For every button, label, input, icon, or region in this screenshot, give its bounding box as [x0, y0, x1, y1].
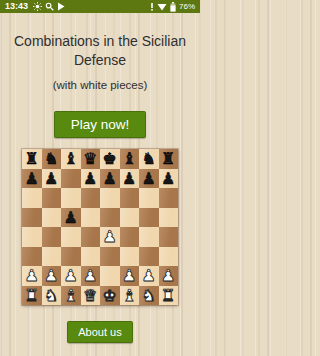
page-subtitle: (with white pieces) — [0, 79, 200, 91]
piece-white-king: ♚ — [100, 286, 120, 306]
square-e3[interactable] — [100, 247, 120, 267]
square-a2[interactable]: ♟ — [22, 266, 42, 286]
square-h1[interactable]: ♜ — [159, 286, 179, 306]
square-a3[interactable] — [22, 247, 42, 267]
battery-icon — [170, 2, 176, 12]
square-d1[interactable]: ♛ — [81, 286, 101, 306]
square-g7[interactable]: ♟ — [139, 169, 159, 189]
piece-white-knight: ♞ — [42, 286, 62, 306]
piece-white-pawn: ♟ — [81, 266, 101, 286]
square-f4[interactable] — [120, 227, 140, 247]
piece-white-pawn: ♟ — [159, 266, 179, 286]
square-c2[interactable]: ♟ — [61, 266, 81, 286]
piece-black-pawn: ♟ — [22, 169, 42, 189]
square-a7[interactable]: ♟ — [22, 169, 42, 189]
piece-black-knight: ♞ — [42, 149, 62, 169]
square-f2[interactable]: ♟ — [120, 266, 140, 286]
square-b6[interactable] — [42, 188, 62, 208]
square-d4[interactable] — [81, 227, 101, 247]
piece-black-rook: ♜ — [22, 149, 42, 169]
square-b7[interactable]: ♟ — [42, 169, 62, 189]
square-e5[interactable] — [100, 208, 120, 228]
square-f3[interactable] — [120, 247, 140, 267]
piece-black-pawn: ♟ — [100, 169, 120, 189]
square-c4[interactable] — [61, 227, 81, 247]
square-f6[interactable] — [120, 188, 140, 208]
clock-time: 13:43 — [5, 0, 28, 13]
square-a6[interactable] — [22, 188, 42, 208]
square-e8[interactable]: ♚ — [100, 149, 120, 169]
piece-black-pawn: ♟ — [61, 208, 81, 228]
page-title: Combinations in the Sicilian Defense — [8, 32, 192, 70]
piece-white-rook: ♜ — [159, 286, 179, 306]
square-a1[interactable]: ♜ — [22, 286, 42, 306]
square-c7[interactable] — [61, 169, 81, 189]
square-e6[interactable] — [100, 188, 120, 208]
square-d5[interactable] — [81, 208, 101, 228]
square-d6[interactable] — [81, 188, 101, 208]
piece-white-pawn: ♟ — [61, 266, 81, 286]
piece-white-pawn: ♟ — [42, 266, 62, 286]
square-g3[interactable] — [139, 247, 159, 267]
square-f5[interactable] — [120, 208, 140, 228]
square-e7[interactable]: ♟ — [100, 169, 120, 189]
wifi-icon — [157, 2, 167, 11]
play-icon — [57, 2, 65, 11]
chess-board: ♜♞♝♛♚♝♞♜♟♟♟♟♟♟♟♟♟♟♟♟♟♟♟♟♜♞♝♛♚♝♞♜ — [22, 149, 178, 305]
square-c6[interactable] — [61, 188, 81, 208]
piece-white-rook: ♜ — [22, 286, 42, 306]
square-e2[interactable] — [100, 266, 120, 286]
piece-black-queen: ♛ — [81, 149, 101, 169]
square-c1[interactable]: ♝ — [61, 286, 81, 306]
square-b8[interactable]: ♞ — [42, 149, 62, 169]
square-b5[interactable] — [42, 208, 62, 228]
square-d2[interactable]: ♟ — [81, 266, 101, 286]
square-d8[interactable]: ♛ — [81, 149, 101, 169]
square-h5[interactable] — [159, 208, 179, 228]
piece-white-knight: ♞ — [139, 286, 159, 306]
piece-black-knight: ♞ — [139, 149, 159, 169]
piece-white-pawn: ♟ — [139, 266, 159, 286]
notification-icon — [150, 2, 154, 11]
square-a4[interactable] — [22, 227, 42, 247]
square-e4[interactable]: ♟ — [100, 227, 120, 247]
piece-white-bishop: ♝ — [61, 286, 81, 306]
piece-black-bishop: ♝ — [120, 149, 140, 169]
square-g2[interactable]: ♟ — [139, 266, 159, 286]
piece-black-bishop: ♝ — [61, 149, 81, 169]
piece-black-pawn: ♟ — [159, 169, 179, 189]
piece-white-pawn: ♟ — [120, 266, 140, 286]
square-c8[interactable]: ♝ — [61, 149, 81, 169]
square-b2[interactable]: ♟ — [42, 266, 62, 286]
piece-white-bishop: ♝ — [120, 286, 140, 306]
play-now-button[interactable]: Play now! — [54, 111, 146, 138]
piece-black-king: ♚ — [100, 149, 120, 169]
square-h4[interactable] — [159, 227, 179, 247]
square-h6[interactable] — [159, 188, 179, 208]
square-g5[interactable] — [139, 208, 159, 228]
square-g6[interactable] — [139, 188, 159, 208]
piece-black-pawn: ♟ — [42, 169, 62, 189]
piece-black-pawn: ♟ — [81, 169, 101, 189]
square-a5[interactable] — [22, 208, 42, 228]
square-f8[interactable]: ♝ — [120, 149, 140, 169]
square-h8[interactable]: ♜ — [159, 149, 179, 169]
square-c5[interactable]: ♟ — [61, 208, 81, 228]
square-b4[interactable] — [42, 227, 62, 247]
battery-percent: 76% — [179, 0, 195, 13]
brightness-icon — [33, 2, 42, 11]
piece-black-pawn: ♟ — [139, 169, 159, 189]
square-h2[interactable]: ♟ — [159, 266, 179, 286]
piece-white-pawn: ♟ — [22, 266, 42, 286]
piece-black-rook: ♜ — [159, 149, 179, 169]
square-d7[interactable]: ♟ — [81, 169, 101, 189]
search-icon — [45, 2, 54, 11]
square-c3[interactable] — [61, 247, 81, 267]
square-h7[interactable]: ♟ — [159, 169, 179, 189]
square-b3[interactable] — [42, 247, 62, 267]
status-bar: 13:43 76% — [0, 0, 200, 13]
piece-white-queen: ♛ — [81, 286, 101, 306]
piece-white-pawn: ♟ — [100, 227, 120, 247]
square-g4[interactable] — [139, 227, 159, 247]
square-g8[interactable]: ♞ — [139, 149, 159, 169]
square-f7[interactable]: ♟ — [120, 169, 140, 189]
square-g1[interactable]: ♞ — [139, 286, 159, 306]
piece-black-pawn: ♟ — [120, 169, 140, 189]
square-f1[interactable]: ♝ — [120, 286, 140, 306]
about-us-button[interactable]: About us — [67, 321, 132, 343]
square-d3[interactable] — [81, 247, 101, 267]
square-e1[interactable]: ♚ — [100, 286, 120, 306]
square-h3[interactable] — [159, 247, 179, 267]
square-a8[interactable]: ♜ — [22, 149, 42, 169]
square-b1[interactable]: ♞ — [42, 286, 62, 306]
